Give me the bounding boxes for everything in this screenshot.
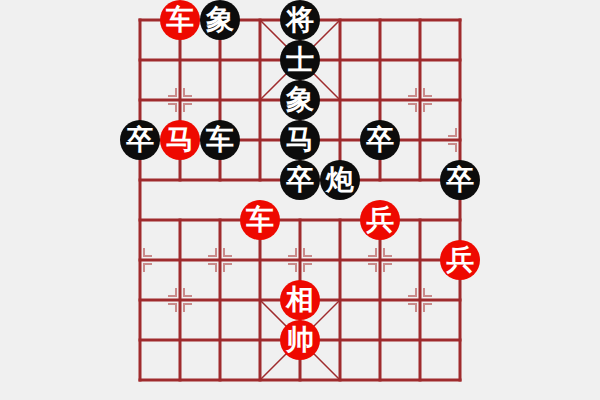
board-point[interactable] xyxy=(120,40,160,80)
board-point[interactable]: 象 xyxy=(200,0,240,40)
board-point[interactable] xyxy=(400,160,440,200)
board-point[interactable] xyxy=(240,240,280,280)
board-point[interactable] xyxy=(240,0,280,40)
piece-red-soldier[interactable]: 兵 xyxy=(440,240,480,280)
board-point[interactable] xyxy=(200,320,240,360)
board-point[interactable] xyxy=(400,240,440,280)
board-point[interactable]: 车 xyxy=(240,200,280,240)
piece-black-cannon[interactable]: 炮 xyxy=(320,160,360,200)
board-point[interactable]: 卒 xyxy=(280,160,320,200)
board-point[interactable] xyxy=(200,240,240,280)
board-point[interactable] xyxy=(240,320,280,360)
board-point[interactable]: 炮 xyxy=(320,160,360,200)
board-point[interactable] xyxy=(320,40,360,80)
board-point[interactable] xyxy=(320,320,360,360)
board-point[interactable] xyxy=(400,120,440,160)
board-point[interactable] xyxy=(200,280,240,320)
board-point[interactable] xyxy=(120,360,160,400)
board-point[interactable] xyxy=(440,360,480,400)
board-point[interactable]: 马 xyxy=(160,120,200,160)
board-point[interactable] xyxy=(120,320,160,360)
board-point[interactable] xyxy=(360,160,400,200)
board-point[interactable] xyxy=(240,120,280,160)
board-point[interactable] xyxy=(440,120,480,160)
board-point[interactable] xyxy=(200,40,240,80)
board-point[interactable] xyxy=(120,200,160,240)
board-point[interactable] xyxy=(200,80,240,120)
board-point[interactable]: 将 xyxy=(280,0,320,40)
board-point[interactable] xyxy=(160,200,200,240)
board-point[interactable] xyxy=(320,200,360,240)
piece-red-chariot[interactable]: 车 xyxy=(240,200,280,240)
board-point[interactable] xyxy=(320,360,360,400)
board-point[interactable] xyxy=(120,80,160,120)
board-point[interactable] xyxy=(360,40,400,80)
board-point[interactable] xyxy=(120,280,160,320)
board-point[interactable]: 帅 xyxy=(280,320,320,360)
piece-red-general[interactable]: 帅 xyxy=(280,320,320,360)
board-point[interactable] xyxy=(440,200,480,240)
piece-black-soldier[interactable]: 卒 xyxy=(440,160,480,200)
piece-black-horse[interactable]: 马 xyxy=(280,120,320,160)
board-point[interactable] xyxy=(200,360,240,400)
board-point[interactable] xyxy=(320,80,360,120)
piece-red-soldier[interactable]: 兵 xyxy=(360,200,400,240)
board-point[interactable] xyxy=(160,160,200,200)
board-grid: 车象将士象卒马车马卒卒炮卒车兵兵相帅 xyxy=(120,0,480,400)
piece-red-elephant[interactable]: 相 xyxy=(280,280,320,320)
board-point[interactable] xyxy=(320,120,360,160)
piece-red-chariot[interactable]: 车 xyxy=(160,0,200,40)
board-point[interactable] xyxy=(400,40,440,80)
board-point[interactable] xyxy=(320,240,360,280)
board-point[interactable] xyxy=(160,80,200,120)
board-point[interactable] xyxy=(160,40,200,80)
board-point[interactable]: 兵 xyxy=(440,240,480,280)
board-point[interactable]: 车 xyxy=(200,120,240,160)
board-point[interactable] xyxy=(280,200,320,240)
board-point[interactable] xyxy=(360,360,400,400)
board-point[interactable]: 车 xyxy=(160,0,200,40)
board-point[interactable] xyxy=(240,80,280,120)
board-point[interactable] xyxy=(120,0,160,40)
board-point[interactable] xyxy=(160,360,200,400)
board-point[interactable]: 兵 xyxy=(360,200,400,240)
piece-red-horse[interactable]: 马 xyxy=(160,120,200,160)
board-point[interactable] xyxy=(240,40,280,80)
board-point[interactable] xyxy=(440,80,480,120)
board-point[interactable] xyxy=(120,240,160,280)
piece-black-soldier[interactable]: 卒 xyxy=(360,120,400,160)
board-point[interactable]: 象 xyxy=(280,80,320,120)
board-point[interactable] xyxy=(320,280,360,320)
board-point[interactable] xyxy=(400,80,440,120)
piece-black-general[interactable]: 将 xyxy=(280,0,320,40)
board-point[interactable] xyxy=(160,320,200,360)
board-point[interactable]: 士 xyxy=(280,40,320,80)
piece-black-elephant[interactable]: 象 xyxy=(200,0,240,40)
board-point[interactable] xyxy=(440,40,480,80)
board-point[interactable] xyxy=(160,280,200,320)
board-point[interactable] xyxy=(440,0,480,40)
board-point[interactable] xyxy=(120,160,160,200)
board-point[interactable] xyxy=(400,320,440,360)
board-point[interactable] xyxy=(360,0,400,40)
piece-black-soldier[interactable]: 卒 xyxy=(120,120,160,160)
board-point[interactable] xyxy=(360,280,400,320)
board-point[interactable] xyxy=(400,200,440,240)
board-point[interactable]: 马 xyxy=(280,120,320,160)
board-point[interactable] xyxy=(280,240,320,280)
board-point[interactable] xyxy=(360,320,400,360)
board-point[interactable] xyxy=(200,200,240,240)
xiangqi-board: 车象将士象卒马车马卒卒炮卒车兵兵相帅 xyxy=(0,0,600,400)
piece-black-elephant[interactable]: 象 xyxy=(280,80,320,120)
board-point[interactable]: 相 xyxy=(280,280,320,320)
board-point[interactable] xyxy=(320,0,360,40)
board-point[interactable] xyxy=(400,280,440,320)
board-point[interactable] xyxy=(160,240,200,280)
board-point[interactable] xyxy=(360,80,400,120)
piece-black-soldier[interactable]: 卒 xyxy=(280,160,320,200)
board-point[interactable] xyxy=(240,160,280,200)
board-point[interactable] xyxy=(440,320,480,360)
board-point[interactable] xyxy=(400,360,440,400)
board-point[interactable] xyxy=(200,160,240,200)
board-point[interactable] xyxy=(400,0,440,40)
board-point[interactable] xyxy=(240,280,280,320)
board-point[interactable] xyxy=(280,360,320,400)
piece-black-advisor[interactable]: 士 xyxy=(280,40,320,80)
board-point[interactable] xyxy=(360,240,400,280)
board-point[interactable] xyxy=(240,360,280,400)
board-point[interactable] xyxy=(440,280,480,320)
board-point[interactable]: 卒 xyxy=(360,120,400,160)
piece-black-chariot[interactable]: 车 xyxy=(200,120,240,160)
board-point[interactable]: 卒 xyxy=(440,160,480,200)
board-point[interactable]: 卒 xyxy=(120,120,160,160)
